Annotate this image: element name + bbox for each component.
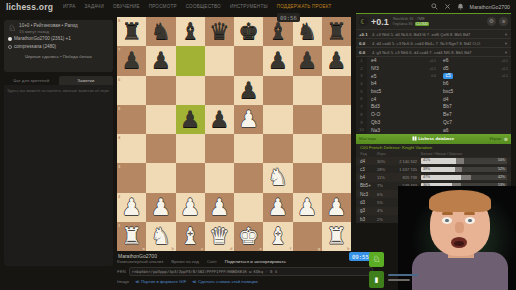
- fen-input[interactable]: rnbqkbnr/pp3ppp/4p3/2ppP3/8/5N2/PPPP1PPP…: [129, 267, 373, 276]
- main-nav: ИГРАЗАДАЧИОБУЧЕНИЕПРОСМОТРСООБЩЕСТВОИНСТ…: [63, 4, 277, 9]
- move-number: 5: [356, 88, 367, 96]
- draws-segment: [455, 167, 463, 173]
- square-b1[interactable]: b♞: [146, 222, 175, 251]
- col-results: Белые / Ничьи / Чёрные: [421, 152, 462, 156]
- square-d7[interactable]: [205, 46, 234, 75]
- square-e4[interactable]: [234, 134, 263, 163]
- black-piece-h8: ♜: [322, 17, 351, 46]
- white-piece-a1: ♜: [117, 222, 146, 251]
- move-san[interactable]: d5: [443, 66, 448, 71]
- share-icon: ≪: [192, 279, 196, 284]
- explorer-tab-0[interactable]: Мастера: [359, 136, 376, 141]
- explorer-row-b4[interactable]: b411%826 73847%42%: [356, 173, 511, 181]
- explorer-move: b4: [360, 175, 377, 180]
- rank-label-3: 3: [118, 164, 120, 169]
- square-g4[interactable]: [293, 134, 322, 163]
- black-move-cell[interactable]: bxc5: [439, 88, 511, 96]
- white-piece-d1: ♛: [205, 222, 234, 251]
- square-a4[interactable]: 4: [117, 134, 146, 163]
- explorer-tab-1[interactable]: Lichess database: [379, 136, 486, 141]
- move-san[interactable]: d4: [443, 97, 448, 102]
- explorer-move: d4: [360, 159, 377, 164]
- white-move-cell[interactable]: c4: [367, 95, 439, 103]
- explorer-move: g3: [360, 208, 377, 213]
- move-eval: +0.1: [501, 67, 508, 71]
- explorer-move: c3: [360, 167, 377, 172]
- black-piece-b7: ♟: [146, 46, 175, 75]
- white-move-cell[interactable]: Bd3: [367, 103, 439, 111]
- explorer-frequency: 30%: [377, 159, 392, 164]
- white-piece-h2: ♟: [322, 193, 351, 222]
- share-icon: ≪: [135, 279, 139, 284]
- logged-in-user[interactable]: MarathonGo2700: [470, 4, 510, 10]
- black-disc-icon: [8, 45, 12, 49]
- top-navbar: lichess.org ИГРАЗАДАЧИОБУЧЕНИЕПРОСМОТРСО…: [0, 0, 516, 13]
- square-e1[interactable]: e♚: [234, 222, 263, 251]
- square-g2[interactable]: ♟: [293, 193, 322, 222]
- move-eval: 0.0: [431, 74, 436, 78]
- expand-icon[interactable]: ▼: [504, 50, 508, 55]
- stream-overlay-badge: ♘: [369, 252, 384, 267]
- nav-item[interactable]: ИГРА: [63, 4, 75, 9]
- white-piece-e1: ♚: [234, 222, 263, 251]
- lichess-analysis-page: lichess.org ИГРАЗАДАЧИОБУЧЕНИЕПРОСМОТРСО…: [0, 0, 516, 290]
- square-d6[interactable]: [205, 76, 234, 105]
- explorer-row-d4[interactable]: d430%2 140 34241%50%: [356, 157, 511, 165]
- move-row: 8O-OBe7: [356, 111, 511, 119]
- rank-label-6: 6: [118, 77, 120, 82]
- white-piece-b2: ♟: [146, 193, 175, 222]
- white-player-line[interactable]: MarathonGo2700 (2361) +1: [8, 36, 109, 43]
- pv-eval: +0.1: [359, 32, 370, 37]
- search-icon[interactable]: [431, 3, 438, 10]
- white-piece-c1: ♝: [176, 222, 205, 251]
- move-row: 10Na3a6: [356, 126, 511, 134]
- eyebrow-right: [464, 212, 475, 215]
- explorer-tab-2[interactable]: Игрок: [489, 136, 500, 141]
- square-b7[interactable]: ♟: [146, 46, 175, 75]
- image-share-row: Image ≪Партия в формате GIF≪Сделать сним…: [117, 279, 258, 284]
- move-row: 4b4b6: [356, 80, 511, 88]
- tool-tab-2[interactable]: Счёт: [207, 259, 217, 264]
- move-row: 5bxc5bxc5: [356, 88, 511, 96]
- square-h1[interactable]: h♜: [322, 222, 351, 251]
- black-move-cell[interactable]: Bb7: [439, 103, 511, 111]
- square-g3[interactable]: [293, 163, 322, 192]
- move-san[interactable]: Qb3: [371, 120, 380, 125]
- black-piece-c5: ♟: [176, 105, 205, 134]
- square-f2[interactable]: ♟: [263, 193, 292, 222]
- engine-header: ☾ +0.1 Stockfish 16 · 7MB Глубина 36 CLO…: [356, 14, 511, 29]
- square-a1[interactable]: 1a♜: [117, 222, 146, 251]
- white-piece-f2: ♟: [263, 193, 292, 222]
- square-d4[interactable]: [205, 134, 234, 163]
- move-san[interactable]: Bb7: [443, 104, 452, 109]
- move-san[interactable]: b6: [443, 81, 448, 86]
- black-piece-b8: ♞: [146, 17, 175, 46]
- sidebar-tab-0[interactable]: Чат для зрителей: [4, 76, 59, 85]
- image-label: Image: [117, 279, 129, 284]
- square-f4[interactable]: [263, 134, 292, 163]
- nav-item[interactable]: ЗАДАЧИ: [85, 4, 104, 9]
- white-piece-e5: ♟: [234, 105, 263, 134]
- streamer-hair: [429, 190, 491, 212]
- white-piece-d2: ♟: [205, 193, 234, 222]
- explorer-games: 2 140 342: [392, 159, 421, 164]
- nav-item[interactable]: СООБЩЕСТВО: [186, 4, 221, 9]
- move-san[interactable]: b4: [371, 81, 376, 86]
- result-bar: 39%52%: [421, 167, 507, 173]
- move-san[interactable]: Nf3: [371, 66, 379, 71]
- square-e5[interactable]: ♟: [234, 105, 263, 134]
- square-c4[interactable]: [176, 134, 205, 163]
- move-number: 7: [356, 103, 367, 111]
- black-piece-d5: ♟: [205, 105, 234, 134]
- white-piece-g2: ♟: [293, 193, 322, 222]
- explorer-row-c3[interactable]: c328%1 637 74539%52%: [356, 165, 511, 173]
- black-piece-f7: ♟: [263, 46, 292, 75]
- engine-eval: +0.1: [371, 17, 389, 27]
- square-h3[interactable]: [322, 163, 351, 192]
- game-time-ago: 15 минут назад: [19, 29, 78, 34]
- game-info-box: ♘ 10+0 • Рейтинговая • Рапид 15 минут на…: [4, 20, 113, 72]
- col-games: Игры: [377, 152, 421, 156]
- file-label-g: g: [318, 246, 320, 251]
- square-b8[interactable]: ♞: [146, 17, 175, 46]
- black-piece-g7: ♟: [293, 46, 322, 75]
- pv-moves: 4. c3 Nh6 5. d4 Nc6 6. Bd3 f6 7. exf6 Qx…: [372, 32, 502, 37]
- header-right: MarathonGo2700: [431, 3, 510, 10]
- move-row: 2Nf3+0.1d5+0.1: [356, 65, 511, 73]
- square-c1[interactable]: c♝: [176, 222, 205, 251]
- black-piece-d8: ♛: [205, 17, 234, 46]
- eyebrow-left: [442, 212, 453, 215]
- square-g5[interactable]: [293, 105, 322, 134]
- black-move-cell[interactable]: a6: [439, 126, 511, 134]
- rank-label-4: 4: [118, 135, 120, 140]
- nav-item[interactable]: ИНСТРУМЕНТЫ: [230, 4, 268, 9]
- book-icon: [412, 136, 417, 141]
- engine-settings-icon[interactable]: ⚙: [487, 17, 496, 26]
- black-clock: 09:56: [277, 13, 300, 22]
- black-move-cell[interactable]: c5+0.1: [439, 72, 511, 80]
- pv-eval: 0.0: [359, 50, 370, 55]
- engine-menu-icon[interactable]: ≡: [499, 17, 508, 26]
- square-a7[interactable]: 7♟: [117, 46, 146, 75]
- move-san[interactable]: Na3: [371, 128, 380, 133]
- square-e2[interactable]: [234, 193, 263, 222]
- move-row: 1e4+0.1e6+0.1: [356, 57, 511, 65]
- white-move-cell[interactable]: O-O: [367, 111, 439, 119]
- square-g6[interactable]: [293, 76, 322, 105]
- black-piece-h7: ♟: [322, 46, 351, 75]
- square-b3[interactable]: [146, 163, 175, 192]
- move-eval: +0.1: [501, 74, 508, 78]
- square-b5[interactable]: [146, 105, 175, 134]
- white-piece-c2: ♟: [176, 193, 205, 222]
- move-san[interactable]: bxc5: [371, 89, 381, 94]
- square-h4[interactable]: [322, 134, 351, 163]
- sidebar-tab-1[interactable]: Заметки: [59, 76, 114, 85]
- pv-moves: 4. g3 Nc6 5. c3 Nh6 6. d4 cxd4 7. cxd4 N…: [372, 50, 502, 55]
- fen-label: FEN: [117, 269, 126, 274]
- explorer-frequency: 28%: [377, 167, 392, 172]
- square-c2[interactable]: ♟: [176, 193, 205, 222]
- square-b6[interactable]: [146, 76, 175, 105]
- black-move-cell[interactable]: e6+0.1: [439, 57, 511, 65]
- expand-icon[interactable]: ▼: [504, 32, 508, 37]
- engine-lines: +0.14. c3 Nh6 5. d4 Nc6 6. Bd3 f6 7. exf…: [356, 29, 511, 56]
- engine-depth: Глубина 36: [393, 22, 413, 27]
- move-san[interactable]: c4: [371, 97, 376, 102]
- square-b2[interactable]: ♟: [146, 193, 175, 222]
- white-piece-b1: ♞: [146, 222, 175, 251]
- square-e7[interactable]: [234, 46, 263, 75]
- move-san[interactable]: bxc5: [443, 89, 453, 94]
- move-list: 1e4+0.1e6+0.12Nf3+0.1d5+0.13e50.0c5+0.14…: [356, 56, 511, 134]
- streamer-nose: [455, 222, 464, 233]
- eye-left: [442, 217, 452, 224]
- tool-tab-0[interactable]: Компьютерный анализ: [117, 259, 163, 264]
- square-f7[interactable]: ♟: [263, 46, 292, 75]
- lichess-logo[interactable]: lichess.org: [6, 2, 53, 12]
- white-piece-a2: ♟: [117, 193, 146, 222]
- white-move-cell[interactable]: b4: [367, 80, 439, 88]
- move-row: 3e50.0c5+0.1: [356, 72, 511, 80]
- square-e8[interactable]: ♚: [234, 17, 263, 46]
- move-san[interactable]: O-O: [371, 112, 380, 117]
- square-f5[interactable]: [263, 105, 292, 134]
- move-number: 9: [356, 119, 367, 127]
- square-c5[interactable]: ♟: [176, 105, 205, 134]
- explorer-move: d3: [360, 200, 377, 205]
- square-d5[interactable]: ♟: [205, 105, 234, 134]
- stream-overlay-badge-2: ▮: [369, 271, 384, 288]
- pv-moves: 4. d4 cxd4 5. c3 Nc6 6. cxd4 Bb4+ 7. Nc3…: [372, 41, 502, 46]
- square-h6[interactable]: [322, 76, 351, 105]
- white-wins-segment: 41%: [421, 158, 456, 164]
- square-g1[interactable]: g: [293, 222, 322, 251]
- draws-segment: [456, 158, 464, 164]
- square-g7[interactable]: ♟: [293, 46, 322, 75]
- explorer-move: Bb5+: [360, 183, 377, 188]
- expand-icon[interactable]: ▼: [504, 41, 508, 46]
- tool-tab-1[interactable]: Время на ход: [171, 259, 199, 264]
- black-wins-segment: 50%: [464, 158, 507, 164]
- move-number: 3: [356, 72, 367, 80]
- square-d3[interactable]: [205, 163, 234, 192]
- square-a2[interactable]: 2♟: [117, 193, 146, 222]
- white-piece-f1: ♝: [263, 222, 292, 251]
- engine-line-2[interactable]: 0.04. d4 cxd4 5. c3 Nc6 6. cxd4 Bb4+ 7. …: [356, 38, 511, 47]
- move-san[interactable]: Bd3: [371, 104, 380, 109]
- move-number: 8: [356, 111, 367, 119]
- chess-board[interactable]: 8♜♞♝♛♚♝♞♜7♟♟♟♟♟6♟5♟♟♟43♞2♟♟♟♟♟♟♟1a♜b♞c♝d…: [117, 17, 351, 251]
- move-san[interactable]: e5: [371, 74, 376, 79]
- black-piece-a8: ♜: [117, 17, 146, 46]
- opening-explorer-tabs: МастераLichess databaseИгрок⊗: [356, 134, 511, 144]
- square-a8[interactable]: 8♜: [117, 17, 146, 46]
- white-move-cell[interactable]: Nf3+0.1: [367, 65, 439, 73]
- black-move-cell[interactable]: Qc7: [439, 119, 511, 127]
- eye-right: [465, 217, 475, 224]
- move-number: 1: [356, 57, 367, 65]
- white-disc-icon: [8, 37, 12, 41]
- square-a5[interactable]: 5: [117, 105, 146, 134]
- analysis-tools-tabs: Компьютерный анализВремя на ходСчётПодел…: [117, 259, 367, 264]
- square-c3[interactable]: [176, 163, 205, 192]
- bottom-player-name[interactable]: MarathonGo2700: [118, 253, 157, 259]
- square-d8[interactable]: ♛: [205, 17, 234, 46]
- square-h8[interactable]: ♜: [322, 17, 351, 46]
- black-player-line[interactable]: compressana (2480): [8, 44, 109, 51]
- square-h2[interactable]: ♟: [322, 193, 351, 222]
- move-row: 9Qb3Qc7: [356, 119, 511, 127]
- white-move-cell[interactable]: bxc5: [367, 88, 439, 96]
- black-move-cell[interactable]: d5+0.1: [439, 65, 511, 73]
- nav-item[interactable]: ОБУЧЕНИЕ: [113, 4, 140, 9]
- black-move-cell[interactable]: d4: [439, 95, 511, 103]
- draws-segment: [461, 175, 470, 181]
- move-number: 4: [356, 80, 367, 88]
- square-c6[interactable]: [176, 76, 205, 105]
- explorer-games: 826 738: [392, 175, 421, 180]
- move-san[interactable]: e6: [443, 58, 448, 63]
- square-e3[interactable]: [234, 163, 263, 192]
- engine-line-3[interactable]: 0.04. g3 Nc6 5. c3 Nh6 6. d4 cxd4 7. cxd…: [356, 47, 511, 56]
- streamer-mouth: [451, 237, 467, 248]
- explorer-frequency: 5%: [377, 200, 392, 205]
- move-eval: +0.1: [429, 67, 436, 71]
- move-san[interactable]: Qc7: [443, 120, 452, 125]
- overlay-text-bar: [388, 274, 418, 276]
- move-san[interactable]: Be7: [443, 112, 452, 117]
- opening-name: C00 French Defense: Knight Variation: [356, 144, 511, 152]
- engine-toggle[interactable]: ☾: [359, 17, 368, 26]
- explorer-frequency: 4%: [377, 208, 392, 213]
- pv-eval: 0.0: [359, 41, 370, 46]
- fen-row: FEN rnbqkbnr/pp3ppp/4p3/2ppP3/8/5N2/PPPP…: [117, 267, 373, 276]
- explorer-move: b3: [360, 217, 377, 222]
- square-c7[interactable]: [176, 46, 205, 75]
- explorer-frequency: 2%: [377, 217, 392, 222]
- black-move-cell[interactable]: b6: [439, 80, 511, 88]
- sidebar-tabs: Чат для зрителейЗаметки: [4, 76, 113, 85]
- square-a6[interactable]: 6: [117, 76, 146, 105]
- square-d1[interactable]: d♛: [205, 222, 234, 251]
- white-wins-segment: 47%: [421, 175, 461, 181]
- move-row: 6c4d4: [356, 95, 511, 103]
- square-d2[interactable]: ♟: [205, 193, 234, 222]
- black-move-cell[interactable]: Be7: [439, 111, 511, 119]
- explorer-move: Nc3: [360, 192, 377, 197]
- engine-line-1[interactable]: +0.14. c3 Nh6 5. d4 Nc6 6. Bd3 f6 7. exf…: [356, 29, 511, 38]
- move-eval: +0.1: [501, 59, 508, 63]
- square-c8[interactable]: ♝: [176, 17, 205, 46]
- tool-tab-3[interactable]: Поделиться и экспортировать: [225, 259, 286, 264]
- result-bar: 41%50%: [421, 158, 507, 164]
- white-move-cell[interactable]: Qb3: [367, 119, 439, 127]
- square-a3[interactable]: 3: [117, 163, 146, 192]
- square-f6[interactable]: [263, 76, 292, 105]
- result-bar: 47%42%: [421, 175, 507, 181]
- move-eval: +0.1: [429, 59, 436, 63]
- white-move-cell[interactable]: Na3: [367, 126, 439, 134]
- explorer-frequency: 7%: [377, 183, 392, 188]
- black-wins-segment: 42%: [471, 175, 507, 181]
- nav-item-donate[interactable]: ПОДДЕРЖАТЬ ПРОЕКТ: [277, 4, 332, 9]
- explorer-frequency: 6%: [377, 192, 392, 197]
- bell-icon[interactable]: [457, 3, 464, 10]
- square-e6[interactable]: ♟: [234, 76, 263, 105]
- square-h7[interactable]: ♟: [322, 46, 351, 75]
- white-wins-segment: 39%: [421, 167, 455, 173]
- square-b4[interactable]: [146, 134, 175, 163]
- explorer-close-icon[interactable]: ⊗: [504, 136, 508, 142]
- rapid-icon: ♘: [8, 23, 16, 34]
- white-move-cell[interactable]: e50.0: [367, 72, 439, 80]
- black-wins-segment: 52%: [462, 167, 507, 173]
- notes-panel[interactable]: Здесь вы можете оставлять личные заметки…: [4, 85, 113, 266]
- black-piece-a7: ♟: [117, 46, 146, 75]
- black-piece-e6: ♟: [234, 76, 263, 105]
- move-number: 10: [356, 126, 367, 134]
- square-f1[interactable]: f♝: [263, 222, 292, 251]
- square-h5[interactable]: [322, 105, 351, 134]
- black-piece-c8: ♝: [176, 17, 205, 46]
- move-row: 7Bd3Bb7: [356, 103, 511, 111]
- cloud-badge: CLOUD: [415, 22, 430, 27]
- white-piece-h1: ♜: [322, 222, 351, 251]
- notes-placeholder: Здесь вы можете оставлять личные заметки…: [7, 88, 110, 94]
- rank-label-5: 5: [118, 106, 120, 111]
- nav-item[interactable]: ПРОСМОТР: [149, 4, 177, 9]
- move-san[interactable]: c5: [443, 73, 453, 80]
- share-link-1[interactable]: ≪Сделать снимок этой позиции: [192, 279, 257, 284]
- black-piece-e8: ♚: [234, 17, 263, 46]
- move-san[interactable]: e4: [371, 58, 376, 63]
- move-number: 2: [356, 65, 367, 73]
- share-link-0[interactable]: ≪Партия в формате GIF: [135, 279, 186, 284]
- square-f3[interactable]: ♞: [263, 163, 292, 192]
- overlay-text-bar-2: [388, 279, 410, 281]
- explorer-games: 1 637 745: [392, 167, 421, 172]
- close-icon[interactable]: [444, 3, 451, 10]
- col-move: Ход: [360, 152, 377, 156]
- move-number: 6: [356, 95, 367, 103]
- white-piece-f3: ♞: [263, 163, 292, 192]
- game-result: Чёрные сдались • Победа белых: [8, 54, 109, 59]
- white-move-cell[interactable]: e4+0.1: [367, 57, 439, 65]
- move-san[interactable]: a6: [443, 128, 448, 133]
- explorer-frequency: 11%: [377, 175, 392, 180]
